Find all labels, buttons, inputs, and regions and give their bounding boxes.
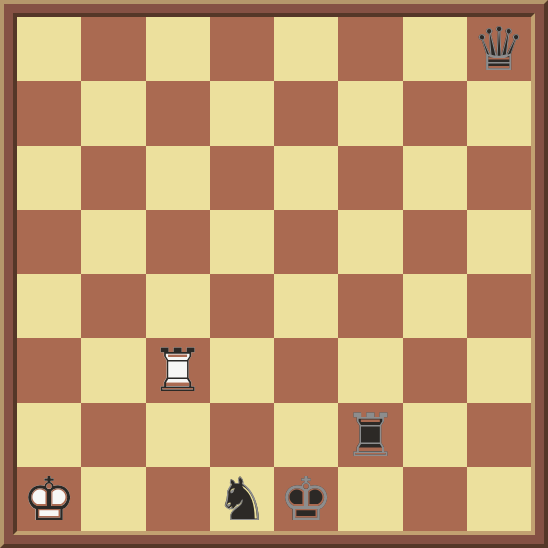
white-king-piece[interactable]: ♚♔ xyxy=(17,467,81,531)
square-b3[interactable] xyxy=(81,338,145,402)
board: ♛♕♜♖♜♖♚♔♞♘♚♔ xyxy=(17,17,531,531)
square-g4[interactable] xyxy=(403,274,467,338)
square-c3[interactable]: ♜♖ xyxy=(146,338,210,402)
square-c2[interactable] xyxy=(146,403,210,467)
square-g3[interactable] xyxy=(403,338,467,402)
square-b5[interactable] xyxy=(81,210,145,274)
square-f2[interactable]: ♜♖ xyxy=(338,403,402,467)
square-b4[interactable] xyxy=(81,274,145,338)
square-a2[interactable] xyxy=(17,403,81,467)
black-knight-piece[interactable]: ♞♘ xyxy=(210,467,274,531)
black-queen-piece[interactable]: ♛♕ xyxy=(467,17,531,81)
white-king-glyph-outline: ♔ xyxy=(17,467,81,531)
square-e4[interactable] xyxy=(274,274,338,338)
square-f3[interactable] xyxy=(338,338,402,402)
white-rook-glyph-fill: ♜ xyxy=(146,338,210,402)
square-g1[interactable] xyxy=(403,467,467,531)
white-rook-piece[interactable]: ♜♖ xyxy=(146,338,210,402)
black-rook-piece[interactable]: ♜♖ xyxy=(338,403,402,467)
square-h1[interactable] xyxy=(467,467,531,531)
square-f5[interactable] xyxy=(338,210,402,274)
square-a3[interactable] xyxy=(17,338,81,402)
board-frame: ♛♕♜♖♜♖♚♔♞♘♚♔ xyxy=(0,0,548,548)
square-e6[interactable] xyxy=(274,146,338,210)
square-d8[interactable] xyxy=(210,17,274,81)
square-d1[interactable]: ♞♘ xyxy=(210,467,274,531)
black-knight-glyph-fill: ♞ xyxy=(210,467,274,531)
square-b7[interactable] xyxy=(81,81,145,145)
square-d7[interactable] xyxy=(210,81,274,145)
black-king-glyph-outline: ♔ xyxy=(274,467,338,531)
square-a4[interactable] xyxy=(17,274,81,338)
square-g7[interactable] xyxy=(403,81,467,145)
square-c8[interactable] xyxy=(146,17,210,81)
white-rook-glyph-outline: ♖ xyxy=(146,338,210,402)
square-c4[interactable] xyxy=(146,274,210,338)
square-e3[interactable] xyxy=(274,338,338,402)
square-f4[interactable] xyxy=(338,274,402,338)
square-h7[interactable] xyxy=(467,81,531,145)
square-h8[interactable]: ♛♕ xyxy=(467,17,531,81)
square-c5[interactable] xyxy=(146,210,210,274)
square-f6[interactable] xyxy=(338,146,402,210)
black-king-piece[interactable]: ♚♔ xyxy=(274,467,338,531)
square-b1[interactable] xyxy=(81,467,145,531)
square-a1[interactable]: ♚♔ xyxy=(17,467,81,531)
black-queen-glyph-outline: ♕ xyxy=(467,17,531,81)
square-f1[interactable] xyxy=(338,467,402,531)
square-h2[interactable] xyxy=(467,403,531,467)
black-knight-glyph-outline: ♘ xyxy=(210,467,274,531)
square-a6[interactable] xyxy=(17,146,81,210)
square-d4[interactable] xyxy=(210,274,274,338)
square-f7[interactable] xyxy=(338,81,402,145)
square-h4[interactable] xyxy=(467,274,531,338)
square-b2[interactable] xyxy=(81,403,145,467)
square-d3[interactable] xyxy=(210,338,274,402)
square-h6[interactable] xyxy=(467,146,531,210)
board-frame-inner-bevel: ♛♕♜♖♜♖♚♔♞♘♚♔ xyxy=(13,13,535,535)
black-rook-glyph-outline: ♖ xyxy=(338,403,402,467)
square-b8[interactable] xyxy=(81,17,145,81)
square-g5[interactable] xyxy=(403,210,467,274)
square-a7[interactable] xyxy=(17,81,81,145)
square-c1[interactable] xyxy=(146,467,210,531)
square-h5[interactable] xyxy=(467,210,531,274)
square-a8[interactable] xyxy=(17,17,81,81)
square-e1[interactable]: ♚♔ xyxy=(274,467,338,531)
square-c6[interactable] xyxy=(146,146,210,210)
black-queen-glyph-fill: ♛ xyxy=(467,17,531,81)
square-d6[interactable] xyxy=(210,146,274,210)
square-f8[interactable] xyxy=(338,17,402,81)
square-a5[interactable] xyxy=(17,210,81,274)
white-king-glyph-fill: ♚ xyxy=(17,467,81,531)
square-g8[interactable] xyxy=(403,17,467,81)
square-e7[interactable] xyxy=(274,81,338,145)
square-d5[interactable] xyxy=(210,210,274,274)
square-g2[interactable] xyxy=(403,403,467,467)
square-b6[interactable] xyxy=(81,146,145,210)
black-king-glyph-fill: ♚ xyxy=(274,467,338,531)
black-rook-glyph-fill: ♜ xyxy=(338,403,402,467)
square-d2[interactable] xyxy=(210,403,274,467)
square-c7[interactable] xyxy=(146,81,210,145)
square-g6[interactable] xyxy=(403,146,467,210)
square-e8[interactable] xyxy=(274,17,338,81)
square-h3[interactable] xyxy=(467,338,531,402)
square-e2[interactable] xyxy=(274,403,338,467)
square-e5[interactable] xyxy=(274,210,338,274)
